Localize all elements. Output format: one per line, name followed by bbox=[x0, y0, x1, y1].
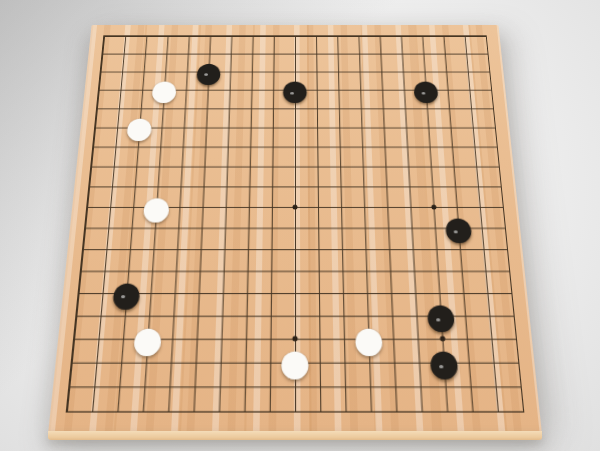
go-board[interactable]: ●●●●●●●●●●●●● bbox=[48, 25, 542, 433]
black-stone[interactable]: ● bbox=[429, 348, 459, 377]
black-stone[interactable]: ● bbox=[444, 215, 472, 240]
star-point bbox=[431, 205, 436, 210]
board-grid: ●●●●●●●●●●●●● bbox=[66, 35, 525, 412]
white-stone[interactable]: ● bbox=[281, 348, 309, 377]
white-stone[interactable]: ● bbox=[126, 116, 153, 139]
black-stone[interactable]: ● bbox=[413, 79, 439, 101]
black-stone[interactable]: ● bbox=[112, 280, 141, 307]
white-stone[interactable]: ● bbox=[354, 325, 383, 353]
board-front-edge bbox=[48, 431, 542, 440]
white-stone[interactable]: ● bbox=[143, 195, 171, 220]
black-stone[interactable]: ● bbox=[426, 302, 455, 330]
photo-backdrop: ●●●●●●●●●●●●● bbox=[0, 0, 600, 451]
white-stone[interactable]: ● bbox=[133, 325, 162, 353]
black-stone[interactable]: ● bbox=[196, 61, 221, 83]
star-point bbox=[292, 205, 297, 210]
black-stone[interactable]: ● bbox=[283, 79, 308, 101]
white-stone[interactable]: ● bbox=[151, 79, 177, 101]
